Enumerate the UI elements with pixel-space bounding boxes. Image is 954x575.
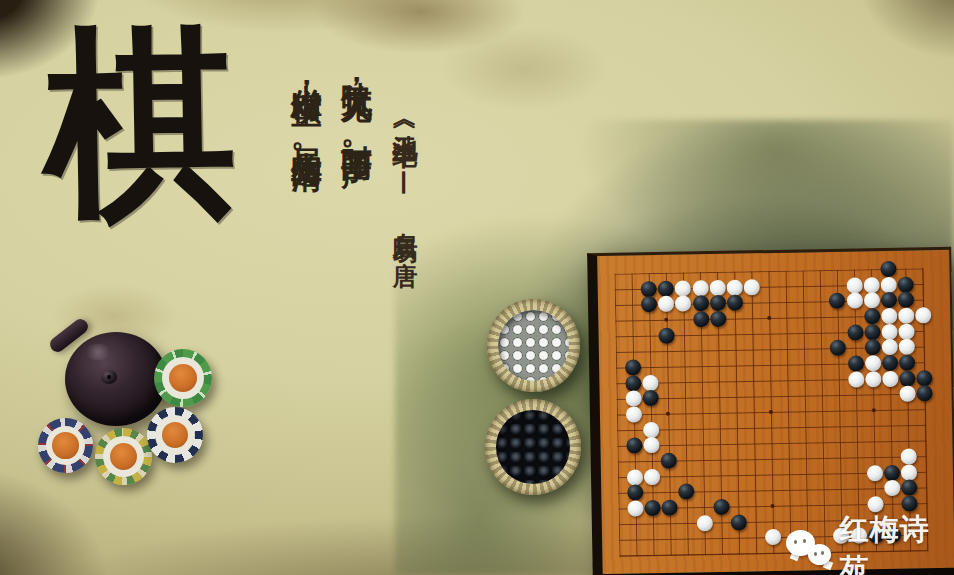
black-stone — [881, 292, 897, 308]
poem-line-2b: 时闻下子声。 — [339, 121, 375, 170]
black-stone — [627, 485, 643, 501]
white-stone — [765, 529, 781, 545]
black-stone — [643, 390, 659, 406]
black-stone — [730, 514, 746, 530]
white-stone — [626, 406, 642, 422]
black-stone — [625, 375, 641, 391]
star-point — [872, 408, 876, 412]
white-stone — [884, 480, 900, 496]
white-stone — [643, 422, 659, 438]
black-stone — [679, 484, 695, 500]
title-dash: —— — [391, 145, 420, 195]
white-stone — [864, 292, 880, 308]
black-stones-pile — [496, 410, 570, 484]
white-stone — [881, 308, 897, 324]
white-stone — [899, 339, 915, 355]
teapot-lid-hole — [107, 375, 111, 379]
black-stone — [901, 480, 917, 496]
white-stone — [898, 308, 914, 324]
white-stone — [658, 296, 674, 312]
black-stone — [713, 499, 729, 515]
black-stones-bowl — [485, 399, 581, 495]
teapot-highlight — [83, 344, 113, 360]
black-stone — [829, 293, 845, 309]
white-stone — [880, 276, 896, 292]
star-point — [665, 318, 669, 322]
black-stone — [710, 311, 726, 327]
black-stone — [641, 281, 657, 297]
black-stone — [847, 355, 863, 371]
black-stone — [864, 339, 880, 355]
black-stone — [626, 438, 642, 454]
white-stone — [675, 280, 691, 296]
teacup-green-rim — [154, 349, 212, 407]
star-point — [767, 316, 771, 320]
white-stone — [848, 371, 864, 387]
black-stone — [662, 500, 678, 516]
white-stone — [743, 279, 759, 295]
black-stone — [625, 359, 641, 375]
black-stone — [830, 340, 846, 356]
black-stone — [658, 280, 674, 296]
white-stone — [709, 279, 725, 295]
black-stone — [659, 327, 675, 343]
white-stone — [626, 391, 642, 407]
black-stone — [641, 296, 657, 312]
white-stone — [627, 469, 643, 485]
white-stone — [696, 515, 712, 531]
tea-surface — [169, 364, 197, 392]
black-stone — [727, 295, 743, 311]
white-stones-pile — [498, 310, 569, 381]
poem-dynasty: 唐 — [391, 242, 420, 245]
tea-surface — [52, 432, 78, 458]
black-stone — [864, 324, 880, 340]
white-stone — [881, 339, 897, 355]
white-stone — [898, 323, 914, 339]
white-stone — [900, 448, 916, 464]
teacup-yellow-striped — [95, 428, 152, 485]
black-stone — [897, 276, 913, 292]
white-stone — [644, 469, 660, 485]
teacup-blue-rim — [38, 418, 93, 473]
poem-title-column: 《池上二绝》——白居易唐 — [391, 111, 419, 245]
calligraphy-qi-character: 棋 — [42, 14, 237, 229]
white-stone — [881, 323, 897, 339]
white-stone — [865, 371, 881, 387]
white-stone — [846, 293, 862, 309]
white-stone — [642, 375, 658, 391]
poem-column-2: 映竹无人见，时闻下子声。 — [340, 57, 374, 170]
black-stone — [899, 354, 915, 370]
poem-title: 《池上二绝》 — [391, 111, 420, 129]
white-stone — [644, 437, 660, 453]
poster-canvas: { "game": "go", "big_character": "棋", "p… — [0, 0, 954, 575]
black-stone — [880, 261, 896, 277]
white-stone — [899, 386, 915, 402]
teacup-blue-striped — [147, 407, 203, 463]
black-stone — [645, 500, 661, 516]
black-stone — [898, 292, 914, 308]
white-stone — [882, 370, 898, 386]
poem-column-1: 山僧对棋坐，局上竹阴清。 — [290, 60, 324, 173]
poem-line-1a: 山僧对棋坐， — [289, 60, 325, 109]
white-stone — [846, 277, 862, 293]
white-stone — [692, 280, 708, 296]
white-stone — [901, 464, 917, 480]
wechat-chat-bubbles-icon — [784, 528, 834, 572]
black-stone — [916, 370, 932, 386]
black-stone — [882, 355, 898, 371]
white-stone — [675, 296, 691, 312]
black-stone — [661, 453, 677, 469]
star-point — [666, 412, 670, 416]
poem-line-1b: 局上竹阴清。 — [289, 124, 325, 173]
black-stone — [864, 308, 880, 324]
white-stones-bowl — [487, 299, 580, 392]
watermark: 红梅诗苑 — [784, 510, 954, 575]
white-stone — [867, 465, 883, 481]
black-stone — [884, 464, 900, 480]
black-stone — [847, 324, 863, 340]
white-stone — [915, 307, 931, 323]
black-stone — [692, 295, 708, 311]
black-stone — [710, 295, 726, 311]
watermark-text: 红梅诗苑 — [840, 510, 954, 575]
black-stone — [916, 386, 932, 402]
white-stone — [628, 500, 644, 516]
black-stone — [693, 311, 709, 327]
star-point — [769, 410, 773, 414]
poem-author: 白居易 — [391, 213, 420, 222]
black-stone — [899, 370, 915, 386]
white-stone — [865, 355, 881, 371]
star-point — [771, 504, 775, 508]
white-stone — [726, 279, 742, 295]
poem-line-2a: 映竹无人见， — [339, 57, 375, 106]
white-stone — [863, 277, 879, 293]
